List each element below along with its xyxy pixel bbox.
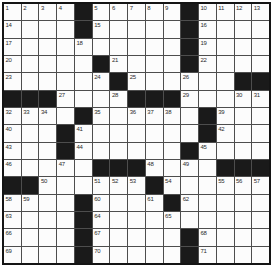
cell-r3c3[interactable]: [39, 39, 56, 55]
cell-r2c7[interactable]: [110, 21, 127, 37]
cell-r8c11[interactable]: [181, 125, 198, 141]
cell-r9c1[interactable]: 43: [4, 143, 21, 159]
cell-r4c5[interactable]: [75, 56, 92, 72]
cell-r7c5-black: [75, 108, 92, 124]
cell-r6c14[interactable]: 30: [235, 91, 252, 107]
cell-r3c10[interactable]: [164, 39, 181, 55]
cell-r1c9[interactable]: 8: [146, 4, 163, 20]
cell-r2c15[interactable]: [252, 21, 269, 37]
cell-r15c14[interactable]: [235, 247, 252, 263]
cell-r10c6-black: [93, 160, 110, 176]
clue-number-20: 20: [6, 57, 12, 63]
cell-r8c2[interactable]: [22, 125, 39, 141]
cell-r3c4[interactable]: [57, 39, 74, 55]
cell-r15c10[interactable]: [164, 247, 181, 263]
cell-r2c11-black: [181, 21, 198, 37]
cell-r14c1[interactable]: 66: [4, 229, 21, 245]
clue-number-24: 24: [94, 74, 100, 80]
clue-number-67: 67: [94, 230, 100, 236]
cell-r4c8[interactable]: [128, 56, 145, 72]
cell-r4c14[interactable]: [235, 56, 252, 72]
clue-number-12: 12: [236, 5, 242, 11]
cell-r2c8[interactable]: [128, 21, 145, 37]
cell-r11c7[interactable]: 52: [110, 177, 127, 193]
cell-r8c7[interactable]: [110, 125, 127, 141]
clue-number-13: 13: [254, 5, 260, 11]
cell-r10c12[interactable]: [199, 160, 216, 176]
cell-r14c10[interactable]: [164, 229, 181, 245]
cell-r15c4[interactable]: [57, 247, 74, 263]
cell-r10c10[interactable]: [164, 160, 181, 176]
cell-r2c1[interactable]: 14: [4, 21, 21, 37]
cell-r4c3[interactable]: [39, 56, 56, 72]
cell-r12c11[interactable]: 62: [181, 195, 198, 211]
clue-number-50: 50: [41, 178, 47, 184]
cell-r13c4[interactable]: [57, 212, 74, 228]
cell-r12c8[interactable]: [128, 195, 145, 211]
cell-r1c11-black: [181, 4, 198, 20]
cell-r15c12[interactable]: 71: [199, 247, 216, 263]
clue-number-42: 42: [218, 126, 224, 132]
cell-r4c2[interactable]: [22, 56, 39, 72]
cell-r5c10[interactable]: [164, 73, 181, 89]
cell-r4c9[interactable]: [146, 56, 163, 72]
cell-r11c5[interactable]: [75, 177, 92, 193]
cell-r1c10[interactable]: 9: [164, 4, 181, 20]
cell-r10c3[interactable]: [39, 160, 56, 176]
cell-r11c1-black: [4, 177, 21, 193]
clue-number-63: 63: [6, 213, 12, 219]
cell-r2c2[interactable]: [22, 21, 39, 37]
cell-r3c7[interactable]: [110, 39, 127, 55]
cell-r14c2[interactable]: [22, 229, 39, 245]
cell-r6c9-black: [146, 91, 163, 107]
clue-number-5: 5: [94, 5, 97, 11]
cell-r12c14[interactable]: [235, 195, 252, 211]
cell-r13c8[interactable]: [128, 212, 145, 228]
clue-number-7: 7: [130, 5, 133, 11]
cell-r10c11[interactable]: 49: [181, 160, 198, 176]
cell-r4c10[interactable]: [164, 56, 181, 72]
cell-r9c10[interactable]: [164, 143, 181, 159]
cell-r8c1[interactable]: 40: [4, 125, 21, 141]
cell-r14c9[interactable]: [146, 229, 163, 245]
clue-number-6: 6: [112, 5, 115, 11]
cell-r9c6[interactable]: [93, 143, 110, 159]
cell-r15c9[interactable]: [146, 247, 163, 263]
cell-r7c14[interactable]: [235, 108, 252, 124]
cell-r4c4[interactable]: [57, 56, 74, 72]
clue-number-51: 51: [94, 178, 100, 184]
clue-number-45: 45: [201, 144, 207, 150]
cell-r15c8[interactable]: [128, 247, 145, 263]
cell-r1c12[interactable]: 10: [199, 4, 216, 20]
cell-r2c3[interactable]: [39, 21, 56, 37]
cell-r5c14-black: [235, 73, 252, 89]
cell-r12c12[interactable]: [199, 195, 216, 211]
cell-r3c8[interactable]: [128, 39, 145, 55]
clue-number-23: 23: [6, 74, 12, 80]
cell-r9c8[interactable]: [128, 143, 145, 159]
cell-r14c7[interactable]: [110, 229, 127, 245]
cell-r14c12[interactable]: 68: [199, 229, 216, 245]
clue-number-61: 61: [147, 196, 153, 202]
cell-r15c6[interactable]: 70: [93, 247, 110, 263]
cell-r8c4-black: [57, 125, 74, 141]
cell-r15c5-black: [75, 247, 92, 263]
cell-r1c1[interactable]: 1: [4, 4, 21, 20]
cell-r14c8[interactable]: [128, 229, 145, 245]
cell-r6c8-black: [128, 91, 145, 107]
cell-r12c1[interactable]: 58: [4, 195, 21, 211]
cell-r8c14[interactable]: [235, 125, 252, 141]
cell-r4c6-black: [93, 56, 110, 72]
cell-r13c10[interactable]: 65: [164, 212, 181, 228]
cell-r3c11-black: [181, 39, 198, 55]
cell-r12c9[interactable]: 61: [146, 195, 163, 211]
cell-r4c1[interactable]: 20: [4, 56, 21, 72]
cell-r11c12[interactable]: [199, 177, 216, 193]
cell-r6c6[interactable]: [93, 91, 110, 107]
clue-number-10: 10: [201, 5, 207, 11]
cell-r3c15[interactable]: [252, 39, 269, 55]
cell-r10c7-black: [110, 160, 127, 176]
cell-r13c13[interactable]: [217, 212, 234, 228]
clue-number-9: 9: [165, 5, 168, 11]
cell-r7c12-black: [199, 108, 216, 124]
cell-r5c2[interactable]: [22, 73, 39, 89]
cell-r4c11-black: [181, 56, 198, 72]
cell-r8c5[interactable]: 41: [75, 125, 92, 141]
cell-r14c4[interactable]: [57, 229, 74, 245]
clue-number-65: 65: [165, 213, 171, 219]
cell-r2c13[interactable]: [217, 21, 234, 37]
cell-r5c4[interactable]: [57, 73, 74, 89]
clue-number-71: 71: [201, 248, 207, 254]
cell-r6c15[interactable]: 31: [252, 91, 269, 107]
cell-r7c7[interactable]: [110, 108, 127, 124]
cell-r15c11-black: [181, 247, 198, 263]
cell-r1c3[interactable]: 3: [39, 4, 56, 20]
cell-r1c8[interactable]: 7: [128, 4, 145, 20]
cell-r12c10-black: [164, 195, 181, 211]
cell-r2c5-black: [75, 21, 92, 37]
clue-number-28: 28: [112, 92, 118, 98]
cell-r12c5-black: [75, 195, 92, 211]
clue-number-17: 17: [6, 40, 12, 46]
cell-r8c15[interactable]: [252, 125, 269, 141]
cell-r11c15[interactable]: 57: [252, 177, 269, 193]
cell-r11c14[interactable]: 56: [235, 177, 252, 193]
cell-r7c3[interactable]: 34: [39, 108, 56, 124]
cell-r11c2-black: [22, 177, 39, 193]
cell-r13c2[interactable]: [22, 212, 39, 228]
cell-r8c9[interactable]: [146, 125, 163, 141]
clue-number-4: 4: [59, 5, 62, 11]
cell-r11c6[interactable]: 51: [93, 177, 110, 193]
clue-number-22: 22: [201, 57, 207, 63]
cell-r7c6[interactable]: 35: [93, 108, 110, 124]
cell-r10c4[interactable]: 47: [57, 160, 74, 176]
cell-r15c13[interactable]: [217, 247, 234, 263]
clue-number-29: 29: [183, 92, 189, 98]
cell-r7c2[interactable]: 33: [22, 108, 39, 124]
cell-r3c13[interactable]: [217, 39, 234, 55]
clue-number-35: 35: [94, 109, 100, 115]
cell-r11c8[interactable]: 53: [128, 177, 145, 193]
cell-r7c1[interactable]: 32: [4, 108, 21, 124]
cell-r15c2[interactable]: [22, 247, 39, 263]
clue-number-2: 2: [23, 5, 26, 11]
clue-number-18: 18: [76, 40, 82, 46]
clue-number-64: 64: [94, 213, 100, 219]
cell-r12c6[interactable]: 60: [93, 195, 110, 211]
cell-r9c2[interactable]: [22, 143, 39, 159]
clue-number-46: 46: [6, 161, 12, 167]
cell-r6c7[interactable]: 28: [110, 91, 127, 107]
cell-r6c13[interactable]: [217, 91, 234, 107]
cell-r11c13[interactable]: 55: [217, 177, 234, 193]
clue-number-52: 52: [112, 178, 118, 184]
clue-number-40: 40: [6, 126, 12, 132]
cell-r5c11[interactable]: 26: [181, 73, 198, 89]
cell-r1c5-black: [75, 4, 92, 20]
cell-r6c4[interactable]: 27: [57, 91, 74, 107]
cell-r10c15-black: [252, 160, 269, 176]
cell-r14c15[interactable]: [252, 229, 269, 245]
cell-r2c4[interactable]: [57, 21, 74, 37]
clue-number-19: 19: [201, 40, 207, 46]
cell-r4c12[interactable]: 22: [199, 56, 216, 72]
clue-number-53: 53: [130, 178, 136, 184]
cell-r12c7[interactable]: [110, 195, 127, 211]
clue-number-30: 30: [236, 92, 242, 98]
clue-number-3: 3: [41, 5, 44, 11]
cell-r14c3[interactable]: [39, 229, 56, 245]
clue-number-66: 66: [6, 230, 12, 236]
cell-r6c10-black: [164, 91, 181, 107]
clue-number-26: 26: [183, 74, 189, 80]
clue-number-62: 62: [183, 196, 189, 202]
cell-r6c11[interactable]: 29: [181, 91, 198, 107]
cell-r13c3[interactable]: [39, 212, 56, 228]
cell-r13c15[interactable]: [252, 212, 269, 228]
cell-r8c13[interactable]: 42: [217, 125, 234, 141]
cell-r8c3[interactable]: [39, 125, 56, 141]
cell-r11c4[interactable]: [57, 177, 74, 193]
cell-r1c7[interactable]: 6: [110, 4, 127, 20]
cell-r3c9[interactable]: [146, 39, 163, 55]
cell-r2c6[interactable]: 15: [93, 21, 110, 37]
cell-r13c7[interactable]: [110, 212, 127, 228]
cell-r9c15[interactable]: [252, 143, 269, 159]
clue-number-44: 44: [76, 144, 82, 150]
cell-r13c12[interactable]: [199, 212, 216, 228]
cell-r5c8[interactable]: 25: [128, 73, 145, 89]
cell-r2c12[interactable]: 16: [199, 21, 216, 37]
clue-number-39: 39: [218, 109, 224, 115]
cell-r8c12-black: [199, 125, 216, 141]
clue-number-15: 15: [94, 22, 100, 28]
cell-r14c13[interactable]: [217, 229, 234, 245]
clue-number-54: 54: [165, 178, 171, 184]
clue-number-55: 55: [218, 178, 224, 184]
clue-number-8: 8: [147, 5, 150, 11]
clue-number-41: 41: [76, 126, 82, 132]
cell-r3c6[interactable]: [93, 39, 110, 55]
cell-r4c7[interactable]: 21: [110, 56, 127, 72]
clue-number-31: 31: [254, 92, 260, 98]
cell-r12c15[interactable]: [252, 195, 269, 211]
crossword-board: 1234567891011121314151617181920212223242…: [2, 2, 271, 265]
clue-number-68: 68: [201, 230, 207, 236]
clue-number-49: 49: [183, 161, 189, 167]
cell-r5c13[interactable]: [217, 73, 234, 89]
cell-r7c11[interactable]: [181, 108, 198, 124]
cell-r6c3-black: [39, 91, 56, 107]
cell-r9c14[interactable]: [235, 143, 252, 159]
cell-r10c13-black: [217, 160, 234, 176]
cell-r5c12[interactable]: [199, 73, 216, 89]
cell-r11c11[interactable]: [181, 177, 198, 193]
cell-r11c3[interactable]: 50: [39, 177, 56, 193]
cell-r3c5[interactable]: 18: [75, 39, 92, 55]
clue-number-25: 25: [130, 74, 136, 80]
cell-r1c4[interactable]: 4: [57, 4, 74, 20]
cell-r1c13[interactable]: 11: [217, 4, 234, 20]
clue-number-14: 14: [6, 22, 12, 28]
cell-r10c8-black: [128, 160, 145, 176]
cell-r12c4[interactable]: [57, 195, 74, 211]
cell-r13c6[interactable]: 64: [93, 212, 110, 228]
cell-r4c13[interactable]: [217, 56, 234, 72]
cell-r9c4-black: [57, 143, 74, 159]
cell-r5c1[interactable]: 23: [4, 73, 21, 89]
clue-number-60: 60: [94, 196, 100, 202]
cell-r3c14[interactable]: [235, 39, 252, 55]
cell-r9c7[interactable]: [110, 143, 127, 159]
clue-number-36: 36: [130, 109, 136, 115]
clue-number-34: 34: [41, 109, 47, 115]
cell-r14c14[interactable]: [235, 229, 252, 245]
cell-r2c14[interactable]: [235, 21, 252, 37]
cell-r3c2[interactable]: [22, 39, 39, 55]
cell-r10c9[interactable]: 48: [146, 160, 163, 176]
cell-r5c7-black: [110, 73, 127, 89]
cell-r7c8[interactable]: 36: [128, 108, 145, 124]
cell-r5c9[interactable]: [146, 73, 163, 89]
cell-r2c10[interactable]: [164, 21, 181, 37]
cell-r11c9-black: [146, 177, 163, 193]
cell-r7c10[interactable]: 38: [164, 108, 181, 124]
clue-number-1: 1: [6, 5, 9, 11]
clue-number-57: 57: [254, 178, 260, 184]
clue-number-11: 11: [218, 5, 224, 11]
cell-r1c6[interactable]: 5: [93, 4, 110, 20]
cell-r8c6[interactable]: [93, 125, 110, 141]
clue-number-59: 59: [23, 196, 29, 202]
cell-r15c1[interactable]: 69: [4, 247, 21, 263]
cell-r15c3[interactable]: [39, 247, 56, 263]
cell-r9c13[interactable]: [217, 143, 234, 159]
cell-r12c2[interactable]: 59: [22, 195, 39, 211]
cell-r10c14-black: [235, 160, 252, 176]
cell-r7c13[interactable]: 39: [217, 108, 234, 124]
cell-r9c3[interactable]: [39, 143, 56, 159]
cell-r15c15[interactable]: [252, 247, 269, 263]
clue-number-32: 32: [6, 109, 12, 115]
clue-number-33: 33: [23, 109, 29, 115]
cell-r14c6[interactable]: 67: [93, 229, 110, 245]
cell-r9c5[interactable]: 44: [75, 143, 92, 159]
cell-r15c7[interactable]: [110, 247, 127, 263]
clue-number-37: 37: [147, 109, 153, 115]
cell-r1c2[interactable]: 2: [22, 4, 39, 20]
clue-number-27: 27: [59, 92, 65, 98]
cell-r5c5[interactable]: [75, 73, 92, 89]
cell-r1c15[interactable]: 13: [252, 4, 269, 20]
cell-r7c4[interactable]: [57, 108, 74, 124]
cell-r7c9[interactable]: 37: [146, 108, 163, 124]
clue-number-16: 16: [201, 22, 207, 28]
clue-number-38: 38: [165, 109, 171, 115]
cell-r5c3[interactable]: [39, 73, 56, 89]
clue-number-21: 21: [112, 57, 118, 63]
cell-r9c12[interactable]: 45: [199, 143, 216, 159]
clue-number-58: 58: [6, 196, 12, 202]
cell-r10c2[interactable]: [22, 160, 39, 176]
cell-r6c5[interactable]: [75, 91, 92, 107]
cell-r13c14[interactable]: [235, 212, 252, 228]
cell-r10c5[interactable]: [75, 160, 92, 176]
cell-r10c1[interactable]: 46: [4, 160, 21, 176]
cell-r11c10[interactable]: 54: [164, 177, 181, 193]
clue-number-70: 70: [94, 248, 100, 254]
cell-r3c12[interactable]: 19: [199, 39, 216, 55]
cell-r8c10[interactable]: [164, 125, 181, 141]
clue-number-56: 56: [236, 178, 242, 184]
cell-r1c14[interactable]: 12: [235, 4, 252, 20]
cell-r6c12[interactable]: [199, 91, 216, 107]
cell-r8c8[interactable]: [128, 125, 145, 141]
cell-r9c9[interactable]: [146, 143, 163, 159]
cell-r3c1[interactable]: 17: [4, 39, 21, 55]
cell-r9c11-black: [181, 143, 198, 159]
cell-r12c13[interactable]: [217, 195, 234, 211]
clue-number-47: 47: [59, 161, 65, 167]
cell-r13c1[interactable]: 63: [4, 212, 21, 228]
cell-r7c15[interactable]: [252, 108, 269, 124]
cell-r2c9[interactable]: [146, 21, 163, 37]
clue-number-69: 69: [6, 248, 12, 254]
cell-r13c5-black: [75, 212, 92, 228]
cell-r14c11-black: [181, 229, 198, 245]
clue-number-43: 43: [6, 144, 12, 150]
cell-r12c3[interactable]: [39, 195, 56, 211]
clue-number-48: 48: [147, 161, 153, 167]
cell-r6c1-black: [4, 91, 21, 107]
cell-r6c2-black: [22, 91, 39, 107]
cell-r14c5-black: [75, 229, 92, 245]
cell-r13c9[interactable]: [146, 212, 163, 228]
cell-r5c6[interactable]: 24: [93, 73, 110, 89]
cell-r13c11[interactable]: [181, 212, 198, 228]
cell-r4c15[interactable]: [252, 56, 269, 72]
cell-r5c15-black: [252, 73, 269, 89]
